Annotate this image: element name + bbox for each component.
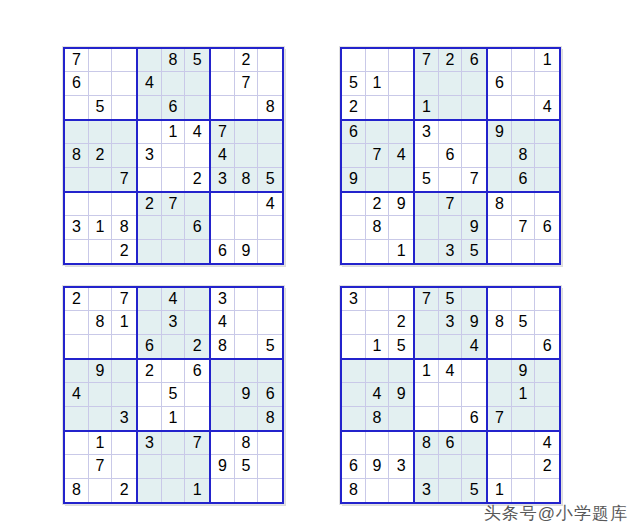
cell-r9c9 <box>535 479 559 502</box>
box-r3c1: 1782 <box>64 431 137 503</box>
cell-r3c1 <box>342 335 366 358</box>
cell-r3c6 <box>462 96 486 119</box>
cell-r4c9 <box>258 121 282 144</box>
cell-r1c2 <box>366 288 390 311</box>
cell-r2c5 <box>162 72 186 95</box>
cell-r2c7: 4 <box>211 311 235 334</box>
cell-r4c4: 1 <box>415 360 439 383</box>
cell-r2c6 <box>462 72 486 95</box>
cell-r3c3: 5 <box>389 335 413 358</box>
cell-r5c1 <box>342 144 366 167</box>
cell-r9c8 <box>512 479 536 502</box>
cell-r5c3: 9 <box>389 383 413 406</box>
box-r2c2: 146 <box>414 359 487 431</box>
cell-r2c8: 7 <box>235 72 259 95</box>
cell-r1c3: 7 <box>112 288 136 311</box>
box-r1c1: 2781 <box>64 287 137 359</box>
cell-r4c5: 4 <box>439 360 463 383</box>
cell-r2c1 <box>342 311 366 334</box>
cell-r6c4: 5 <box>415 168 439 191</box>
cell-r5c2: 2 <box>89 144 113 167</box>
cell-r7c9 <box>535 193 559 216</box>
cell-r2c1: 5 <box>342 72 366 95</box>
cell-r8c3: 8 <box>112 216 136 239</box>
box-r1c2: 75394 <box>414 287 487 359</box>
cell-r9c9 <box>258 240 282 263</box>
cell-r3c8 <box>235 335 259 358</box>
cell-r1c8 <box>512 49 536 72</box>
cell-r2c4: 4 <box>138 72 162 95</box>
cell-r8c3 <box>389 216 413 239</box>
cell-r2c2 <box>89 72 113 95</box>
cell-r2c9 <box>535 311 559 334</box>
cell-r1c9 <box>258 49 282 72</box>
cell-r7c8 <box>512 193 536 216</box>
cell-r6c7 <box>211 407 235 430</box>
cell-r6c5 <box>439 168 463 191</box>
cell-r1c6 <box>462 288 486 311</box>
cell-r6c6: 7 <box>462 168 486 191</box>
cell-r6c5 <box>162 168 186 191</box>
cell-r4c2 <box>366 121 390 144</box>
box-r2c2: 3657 <box>414 120 487 192</box>
cell-r4c5: 1 <box>162 121 186 144</box>
cell-r5c8: 9 <box>235 383 259 406</box>
cell-r6c8 <box>512 407 536 430</box>
cell-r9c6: 5 <box>462 240 486 263</box>
cell-r9c5 <box>439 479 463 502</box>
box-r3c3: 421 <box>487 431 560 503</box>
cell-r4c2 <box>366 360 390 383</box>
cell-r7c9 <box>258 432 282 455</box>
cell-r5c8: 8 <box>512 144 536 167</box>
cell-r1c6: 5 <box>185 49 209 72</box>
cell-r9c5 <box>162 479 186 502</box>
cell-r8c3 <box>112 455 136 478</box>
cell-r3c5 <box>439 96 463 119</box>
cell-r3c7 <box>488 335 512 358</box>
cell-r1c9: 1 <box>535 49 559 72</box>
cell-r5c4: 3 <box>138 144 162 167</box>
cell-r5c5: 6 <box>439 144 463 167</box>
cell-r4c7 <box>211 360 235 383</box>
cell-r1c4: 7 <box>415 288 439 311</box>
cell-r8c1: 6 <box>342 455 366 478</box>
cell-r2c9 <box>258 72 282 95</box>
cell-r9c2 <box>89 240 113 263</box>
box-r1c2: 4362 <box>137 287 210 359</box>
cell-r8c6: 9 <box>462 216 486 239</box>
cell-r8c2: 1 <box>89 216 113 239</box>
cell-r3c4: 6 <box>138 335 162 358</box>
cell-r5c9 <box>535 383 559 406</box>
cell-r2c1 <box>65 311 89 334</box>
cell-r8c9: 6 <box>535 216 559 239</box>
cell-r4c8 <box>235 360 259 383</box>
box-r3c2: 7935 <box>414 192 487 264</box>
cell-r8c6 <box>462 455 486 478</box>
cell-r4c4 <box>138 121 162 144</box>
cell-r1c8 <box>235 288 259 311</box>
box-r2c1: 943 <box>64 359 137 431</box>
cell-r2c8 <box>512 72 536 95</box>
cell-r8c4 <box>138 455 162 478</box>
cell-r8c5 <box>439 216 463 239</box>
cell-r3c6 <box>185 96 209 119</box>
cell-r1c6: 6 <box>462 49 486 72</box>
cell-r2c2 <box>366 311 390 334</box>
cell-r6c7: 7 <box>488 407 512 430</box>
cell-r2c6 <box>185 72 209 95</box>
cell-r3c3 <box>112 96 136 119</box>
cell-r1c3 <box>112 49 136 72</box>
cell-r3c9: 5 <box>258 335 282 358</box>
cell-r9c9 <box>535 240 559 263</box>
cell-r2c4 <box>138 311 162 334</box>
box-r2c3: 986 <box>487 120 560 192</box>
cell-r3c9: 6 <box>535 335 559 358</box>
cell-r8c5 <box>162 216 186 239</box>
cell-r9c3: 1 <box>389 240 413 263</box>
cell-r1c2 <box>89 49 113 72</box>
cell-r6c2: 8 <box>366 407 390 430</box>
cell-r8c2: 8 <box>366 216 390 239</box>
cell-r9c1: 8 <box>65 479 89 502</box>
cell-r5c9 <box>535 144 559 167</box>
cell-r9c8 <box>235 479 259 502</box>
cell-r7c8: 8 <box>235 432 259 455</box>
cell-r9c7 <box>488 240 512 263</box>
cell-r5c6 <box>462 383 486 406</box>
cell-r7c2 <box>89 193 113 216</box>
cell-r4c9 <box>535 121 559 144</box>
cell-r6c9: 8 <box>258 407 282 430</box>
cell-r6c2 <box>89 407 113 430</box>
box-r2c2: 2651 <box>137 359 210 431</box>
cell-r8c4 <box>415 455 439 478</box>
cell-r9c4 <box>138 240 162 263</box>
box-r1c3: 3485 <box>210 287 283 359</box>
cell-r8c4 <box>415 216 439 239</box>
cell-r8c5 <box>162 455 186 478</box>
cell-r7c7: 8 <box>488 193 512 216</box>
sudoku-grid-bottom-right: 32157539485649814691769388635421 <box>340 286 561 504</box>
cell-r6c8 <box>235 407 259 430</box>
cell-r1c4: 7 <box>415 49 439 72</box>
cell-r2c3: 1 <box>112 311 136 334</box>
cell-r9c7 <box>211 479 235 502</box>
cell-r1c5: 4 <box>162 288 186 311</box>
cell-r6c1 <box>342 407 366 430</box>
cell-r5c3: 4 <box>389 144 413 167</box>
cell-r9c6 <box>185 240 209 263</box>
cell-r8c4 <box>138 216 162 239</box>
cell-r6c5: 1 <box>162 407 186 430</box>
cell-r5c2: 7 <box>366 144 390 167</box>
cell-r7c3 <box>112 193 136 216</box>
cell-r8c9: 2 <box>535 455 559 478</box>
cell-r5c1: 4 <box>65 383 89 406</box>
cell-r3c7 <box>211 96 235 119</box>
cell-r9c3: 2 <box>112 240 136 263</box>
box-r3c2: 8635 <box>414 431 487 503</box>
cell-r7c1 <box>342 193 366 216</box>
cell-r4c1 <box>342 360 366 383</box>
cell-r5c4 <box>415 144 439 167</box>
cell-r8c5 <box>439 455 463 478</box>
cell-r7c4 <box>415 193 439 216</box>
box-r3c3: 895 <box>210 431 283 503</box>
cell-r3c2: 5 <box>89 96 113 119</box>
cell-r2c6: 9 <box>462 311 486 334</box>
cell-r1c1: 2 <box>65 288 89 311</box>
box-r2c1: 6749 <box>341 120 414 192</box>
box-r2c1: 498 <box>341 359 414 431</box>
box-r1c1: 765 <box>64 48 137 120</box>
cell-r2c7 <box>211 72 235 95</box>
cell-r9c6: 5 <box>462 479 486 502</box>
cell-r5c5 <box>439 383 463 406</box>
box-r1c1: 3215 <box>341 287 414 359</box>
cell-r1c6 <box>185 288 209 311</box>
cell-r2c9 <box>258 311 282 334</box>
cell-r4c7: 7 <box>211 121 235 144</box>
cell-r5c1: 8 <box>65 144 89 167</box>
cell-r8c8 <box>235 216 259 239</box>
cell-r5c4 <box>138 383 162 406</box>
cell-r8c6 <box>185 455 209 478</box>
cell-r3c8 <box>512 96 536 119</box>
cell-r6c6 <box>185 407 209 430</box>
cell-r3c8 <box>235 96 259 119</box>
cell-r2c8 <box>235 311 259 334</box>
cell-r4c7: 9 <box>488 121 512 144</box>
cell-r6c3: 3 <box>112 407 136 430</box>
cell-r1c9 <box>535 288 559 311</box>
cell-r9c6: 1 <box>185 479 209 502</box>
box-r3c1: 3182 <box>64 192 137 264</box>
cell-r1c7 <box>488 288 512 311</box>
cell-r1c5: 2 <box>439 49 463 72</box>
cell-r2c9 <box>535 72 559 95</box>
cell-r7c1 <box>342 432 366 455</box>
cell-r7c5: 7 <box>162 193 186 216</box>
box-r1c3: 278 <box>210 48 283 120</box>
cell-r8c8: 5 <box>235 455 259 478</box>
cell-r4c3 <box>389 360 413 383</box>
cell-r6c1 <box>65 407 89 430</box>
cell-r6c6: 2 <box>185 168 209 191</box>
cell-r1c8 <box>512 288 536 311</box>
cell-r8c8 <box>512 455 536 478</box>
cell-r9c1 <box>342 240 366 263</box>
cell-r7c6 <box>462 193 486 216</box>
cell-r2c7: 8 <box>488 311 512 334</box>
cell-r3c1: 2 <box>342 96 366 119</box>
cell-r1c5: 5 <box>439 288 463 311</box>
cell-r4c8: 9 <box>512 360 536 383</box>
cell-r7c2 <box>366 432 390 455</box>
box-r2c2: 1432 <box>137 120 210 192</box>
cell-r6c3 <box>389 168 413 191</box>
cell-r1c4 <box>138 49 162 72</box>
cell-r8c2: 7 <box>89 455 113 478</box>
cell-r6c5 <box>439 407 463 430</box>
cell-r3c3 <box>389 96 413 119</box>
cell-r3c4: 1 <box>415 96 439 119</box>
cell-r5c5 <box>162 144 186 167</box>
cell-r7c3: 9 <box>389 193 413 216</box>
cell-r5c6 <box>185 383 209 406</box>
cell-r6c4 <box>138 168 162 191</box>
cell-r3c5 <box>439 335 463 358</box>
cell-r2c5 <box>439 72 463 95</box>
cell-r2c2: 1 <box>366 72 390 95</box>
cell-r5c9: 6 <box>258 383 282 406</box>
cell-r9c8: 9 <box>235 240 259 263</box>
cell-r4c9 <box>535 360 559 383</box>
box-r2c3: 74385 <box>210 120 283 192</box>
cell-r4c2: 9 <box>89 360 113 383</box>
sudoku-grid-bottom-left: 27814362348594326519681782371895 <box>63 286 284 504</box>
cell-r3c7 <box>488 96 512 119</box>
cell-r7c7 <box>211 193 235 216</box>
cell-r7c9: 4 <box>535 432 559 455</box>
cell-r3c2 <box>366 96 390 119</box>
cell-r7c5: 6 <box>439 432 463 455</box>
cell-r6c2 <box>366 168 390 191</box>
box-r3c1: 2981 <box>341 192 414 264</box>
cell-r9c5 <box>162 240 186 263</box>
cell-r5c4 <box>415 383 439 406</box>
box-r2c1: 827 <box>64 120 137 192</box>
cell-r2c7: 6 <box>488 72 512 95</box>
cell-r4c8 <box>512 121 536 144</box>
cell-r1c1: 7 <box>65 49 89 72</box>
cell-r3c5: 6 <box>162 96 186 119</box>
cell-r5c5: 5 <box>162 383 186 406</box>
cell-r4c8 <box>235 121 259 144</box>
cell-r6c9 <box>535 168 559 191</box>
cell-r8c7 <box>211 216 235 239</box>
cell-r4c3 <box>112 360 136 383</box>
cell-r6c6: 6 <box>462 407 486 430</box>
cell-r5c2 <box>89 383 113 406</box>
cell-r9c4 <box>415 240 439 263</box>
cell-r4c7 <box>488 360 512 383</box>
cell-r6c4 <box>138 407 162 430</box>
cell-r4c6: 6 <box>185 360 209 383</box>
cell-r7c3 <box>112 432 136 455</box>
cell-r4c4: 3 <box>415 121 439 144</box>
cell-r9c2 <box>366 240 390 263</box>
box-r1c2: 8546 <box>137 48 210 120</box>
cell-r7c8 <box>512 432 536 455</box>
watermark: 头条号@小学题库 <box>484 502 628 525</box>
cell-r3c2 <box>89 335 113 358</box>
box-r1c2: 7261 <box>414 48 487 120</box>
box-r3c2: 276 <box>137 192 210 264</box>
cell-r6c1 <box>65 168 89 191</box>
cell-r8c9 <box>258 216 282 239</box>
cell-r8c1 <box>342 216 366 239</box>
cell-r2c3 <box>389 72 413 95</box>
cell-r1c3 <box>389 288 413 311</box>
box-r3c1: 6938 <box>341 431 414 503</box>
cell-r8c2: 9 <box>366 455 390 478</box>
cell-r7c4: 8 <box>415 432 439 455</box>
cell-r3c6: 4 <box>462 335 486 358</box>
cell-r5c7 <box>211 383 235 406</box>
cell-r6c8: 8 <box>235 168 259 191</box>
cell-r7c2: 2 <box>366 193 390 216</box>
cell-r1c7: 3 <box>211 288 235 311</box>
cell-r9c5: 3 <box>439 240 463 263</box>
cell-r7c9: 4 <box>258 193 282 216</box>
cell-r6c7 <box>488 168 512 191</box>
cell-r7c1 <box>65 432 89 455</box>
box-r1c3: 856 <box>487 287 560 359</box>
cell-r7c6 <box>185 193 209 216</box>
cell-r8c7 <box>488 455 512 478</box>
cell-r9c3 <box>389 479 413 502</box>
cell-r7c6: 7 <box>185 432 209 455</box>
cell-r1c1: 3 <box>342 288 366 311</box>
cell-r4c1 <box>65 360 89 383</box>
cell-r3c6: 2 <box>185 335 209 358</box>
cell-r7c5 <box>162 432 186 455</box>
cell-r3c5 <box>162 335 186 358</box>
cell-r8c3: 3 <box>389 455 413 478</box>
cell-r9c7: 6 <box>211 240 235 263</box>
cell-r8c6: 6 <box>185 216 209 239</box>
cell-r4c6 <box>462 121 486 144</box>
cell-r5c7 <box>488 383 512 406</box>
cell-r7c8 <box>235 193 259 216</box>
box-r1c1: 512 <box>341 48 414 120</box>
cell-r9c2 <box>89 479 113 502</box>
box-r3c3: 469 <box>210 192 283 264</box>
sudoku-grid-top-right: 51272611646749365798629817935876 <box>340 47 561 265</box>
cell-r1c7 <box>211 49 235 72</box>
cell-r5c8: 1 <box>512 383 536 406</box>
cell-r7c3 <box>389 432 413 455</box>
cell-r5c1 <box>342 383 366 406</box>
cell-r6c8: 6 <box>512 168 536 191</box>
box-r3c3: 876 <box>487 192 560 264</box>
cell-r3c1 <box>65 96 89 119</box>
cell-r2c1: 6 <box>65 72 89 95</box>
cell-r9c1: 8 <box>342 479 366 502</box>
cell-r6c4 <box>415 407 439 430</box>
cell-r5c7 <box>488 144 512 167</box>
cell-r5c6 <box>185 144 209 167</box>
cell-r4c5 <box>162 360 186 383</box>
cell-r1c4 <box>138 288 162 311</box>
cell-r8c1: 3 <box>65 216 89 239</box>
cell-r8c1 <box>65 455 89 478</box>
cell-r1c1 <box>342 49 366 72</box>
box-r2c3: 917 <box>487 359 560 431</box>
cell-r5c3 <box>112 383 136 406</box>
cell-r2c2: 8 <box>89 311 113 334</box>
cell-r2c3 <box>112 72 136 95</box>
cell-r8c8: 7 <box>512 216 536 239</box>
cell-r1c3 <box>389 49 413 72</box>
cell-r4c1: 6 <box>342 121 366 144</box>
cell-r1c2 <box>89 288 113 311</box>
cell-r5c8 <box>235 144 259 167</box>
